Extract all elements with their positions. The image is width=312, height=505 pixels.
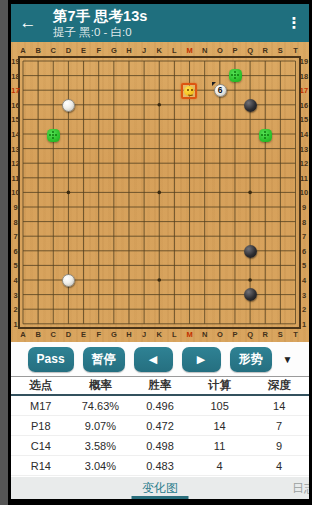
candidate-marker-M17 (181, 83, 197, 99)
coord-row-10-left: 10 (11, 188, 19, 197)
coord-row-17-left: 17 (11, 86, 19, 95)
column-header-0: 选点 (11, 378, 71, 393)
cell-r3-c4: 4 (249, 460, 309, 472)
pass-button[interactable]: Pass (28, 347, 74, 372)
active-tab-underline (132, 496, 189, 499)
coord-row-17-right: 17 (300, 86, 308, 95)
cell-r0-c1: 74.63% (71, 400, 131, 412)
coord-row-16-left: 16 (11, 100, 19, 109)
green-candidate-icon (259, 129, 272, 142)
cell-r2-c4: 9 (249, 440, 309, 452)
white-stone-D4 (62, 274, 75, 287)
column-header-3: 计算 (190, 378, 250, 393)
green-candidate-icon (229, 69, 242, 82)
coord-col-C-bottom: C (51, 330, 56, 339)
analysis-table: 选点概率胜率计算深度 M1774.63%0.49610514P189.07%0.… (11, 376, 309, 477)
candidate-row-R14[interactable]: R143.04%0.48344 (11, 456, 309, 476)
screenshot-frame: ← 第7手 思考13s 提子 黑:0 - 白:0 ⋮ 6 AABBCCDDEEF… (8, 0, 312, 505)
coord-col-L-top: L (172, 45, 177, 54)
coord-col-A-bottom: A (20, 330, 25, 339)
green-candidate-icon (47, 129, 60, 142)
coord-col-O-top: O (217, 45, 223, 54)
coord-col-G-bottom: G (111, 330, 117, 339)
coord-row-19-right: 19 (300, 57, 308, 66)
cell-r3-c2: 0.483 (130, 460, 190, 472)
coord-col-J-top: J (142, 45, 146, 54)
board-intersections: 6 (15, 54, 303, 331)
last-move-flag (212, 82, 216, 86)
coord-col-J-bottom: J (142, 330, 146, 339)
coord-col-O-bottom: O (217, 330, 223, 339)
cell-r2-c3: 11 (190, 440, 250, 452)
black-stone-Q6 (244, 245, 257, 258)
cell-r2-c0: C14 (11, 440, 71, 452)
coord-row-8-right: 8 (302, 217, 306, 226)
coord-col-M-bottom: M (186, 330, 192, 339)
coord-row-16-right: 16 (300, 100, 308, 109)
coord-col-T-top: T (293, 45, 298, 54)
candidate-marker-P18 (229, 69, 242, 82)
column-header-1: 概率 (71, 378, 131, 393)
cell-r1-c4: 7 (249, 420, 309, 432)
coord-row-19-left: 19 (11, 57, 19, 66)
coord-row-9-left: 9 (13, 203, 17, 212)
coord-col-P-top: P (232, 45, 237, 54)
coord-row-1-right: 1 (302, 319, 306, 328)
coord-col-H-bottom: H (126, 330, 131, 339)
tab-log[interactable]: 日志 (292, 480, 309, 497)
cell-r2-c2: 0.498 (130, 440, 190, 452)
cell-r3-c1: 3.04% (71, 460, 131, 472)
coord-row-9-right: 9 (302, 203, 306, 212)
right-arrow-icon: ▶ (197, 353, 205, 366)
app-bar: ← 第7手 思考13s 提子 黑:0 - 白:0 ⋮ (11, 4, 309, 42)
prev-move-button[interactable]: ◀ (134, 347, 173, 372)
back-arrow-icon[interactable]: ← (11, 4, 45, 42)
cell-r0-c0: M17 (11, 400, 71, 412)
coord-row-7-left: 7 (13, 232, 17, 241)
best-candidate-box-icon (181, 83, 197, 99)
territory-button[interactable]: 形势 (230, 347, 272, 372)
coord-row-13-right: 13 (300, 144, 308, 153)
pause-button[interactable]: 暂停 (83, 347, 125, 372)
coord-col-S-bottom: S (278, 330, 283, 339)
screen: ← 第7手 思考13s 提子 黑:0 - 白:0 ⋮ 6 AABBCCDDEEF… (11, 4, 309, 499)
candidate-marker-R14 (259, 129, 272, 142)
coord-row-11-right: 11 (300, 173, 308, 182)
coord-row-3-left: 3 (13, 290, 17, 299)
left-arrow-icon: ◀ (149, 353, 157, 366)
coord-col-Q-top: Q (247, 45, 253, 54)
coord-row-2-right: 2 (302, 305, 306, 314)
coord-row-3-right: 3 (302, 290, 306, 299)
white-stone-O17: 6 (214, 84, 227, 97)
coord-row-2-left: 2 (13, 305, 17, 314)
coord-col-Q-bottom: Q (247, 330, 253, 339)
coord-row-10-right: 10 (300, 188, 308, 197)
analysis-table-body: M1774.63%0.49610514P189.07%0.472147C143.… (11, 396, 309, 476)
cell-r3-c3: 4 (190, 460, 250, 472)
coord-row-5-right: 5 (302, 261, 306, 270)
cell-r1-c2: 0.472 (130, 420, 190, 432)
coord-col-G-top: G (111, 45, 117, 54)
smiley-icon (184, 86, 194, 96)
coord-col-L-bottom: L (172, 330, 177, 339)
analysis-table-header: 选点概率胜率计算深度 (11, 377, 309, 396)
black-stone-Q3 (244, 288, 257, 301)
cell-r1-c3: 14 (190, 420, 250, 432)
cell-r2-c1: 3.58% (71, 440, 131, 452)
coord-col-E-top: E (81, 45, 86, 54)
candidate-row-M17[interactable]: M1774.63%0.49610514 (11, 396, 309, 416)
coord-row-15-right: 15 (300, 115, 308, 124)
coord-row-7-right: 7 (302, 232, 306, 241)
cell-r1-c0: P18 (11, 420, 71, 432)
coord-col-P-bottom: P (232, 330, 237, 339)
coord-col-B-top: B (35, 45, 40, 54)
column-header-2: 胜率 (130, 378, 190, 393)
overflow-menu-icon[interactable]: ⋮ (279, 4, 309, 42)
candidate-row-P18[interactable]: P189.07%0.472147 (11, 416, 309, 436)
cell-r0-c2: 0.496 (130, 400, 190, 412)
coord-col-R-bottom: R (263, 330, 268, 339)
coord-col-S-top: S (278, 45, 283, 54)
move-number-label: 6 (218, 86, 223, 95)
tab-variation-diagram[interactable]: 变化图 (142, 480, 178, 497)
candidate-marker-C14 (47, 129, 60, 142)
column-header-4: 深度 (249, 378, 309, 393)
coord-col-D-top: D (66, 45, 71, 54)
coord-row-14-left: 14 (11, 130, 19, 139)
title-block: 第7手 思考13s 提子 黑:0 - 白:0 (45, 8, 279, 39)
coord-row-8-left: 8 (13, 217, 17, 226)
coord-col-K-top: K (157, 45, 162, 54)
cell-r3-c0: R14 (11, 460, 71, 472)
cell-r0-c3: 105 (190, 400, 250, 412)
coord-row-1-left: 1 (13, 319, 17, 328)
coord-row-6-right: 6 (302, 246, 306, 255)
coord-row-18-right: 18 (300, 71, 308, 80)
coord-row-18-left: 18 (11, 71, 19, 80)
dropdown-caret-icon[interactable]: ▼ (283, 354, 293, 365)
coord-col-F-top: F (96, 45, 101, 54)
coord-row-12-left: 12 (11, 159, 19, 168)
coord-col-B-bottom: B (35, 330, 40, 339)
coord-col-C-top: C (51, 45, 56, 54)
captures-status: 提子 黑:0 - 白:0 (53, 25, 279, 39)
coord-col-K-bottom: K (157, 330, 162, 339)
coord-row-12-right: 12 (300, 159, 308, 168)
coord-row-6-left: 6 (13, 246, 17, 255)
coord-row-11-left: 11 (12, 173, 20, 182)
coord-row-4-left: 4 (13, 276, 17, 285)
go-board[interactable]: 6 AABBCCDDEEFFGGHHJJKKLLMMNNOOPPQQRRSSTT… (11, 42, 309, 342)
coord-col-T-bottom: T (293, 330, 298, 339)
bottom-tab-bar: 变化图 日志 (11, 477, 309, 499)
coord-row-15-left: 15 (11, 115, 19, 124)
coord-row-4-right: 4 (302, 276, 306, 285)
next-move-button[interactable]: ▶ (182, 347, 221, 372)
coord-col-D-bottom: D (66, 330, 71, 339)
coord-row-14-right: 14 (300, 130, 308, 139)
coord-col-H-top: H (126, 45, 131, 54)
coord-col-F-bottom: F (96, 330, 101, 339)
coord-col-N-bottom: N (202, 330, 207, 339)
white-stone-D16 (62, 99, 75, 112)
coord-col-R-top: R (263, 45, 268, 54)
candidate-row-C14[interactable]: C143.58%0.498119 (11, 436, 309, 456)
cell-r0-c4: 14 (249, 400, 309, 412)
black-stone-Q16 (244, 99, 257, 112)
control-bar: Pass 暂停 ◀ ▶ 形势 ▼ (11, 342, 309, 376)
coord-col-N-top: N (202, 45, 207, 54)
coord-col-A-top: A (20, 45, 25, 54)
coord-row-5-left: 5 (13, 261, 17, 270)
page-title: 第7手 思考13s (53, 8, 279, 25)
coord-col-E-bottom: E (81, 330, 86, 339)
cell-r1-c1: 9.07% (71, 420, 131, 432)
coord-row-13-left: 13 (11, 144, 19, 153)
coord-col-M-top: M (186, 45, 192, 54)
